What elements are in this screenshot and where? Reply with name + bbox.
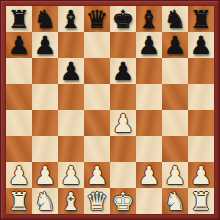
square-c8[interactable]: ♝ xyxy=(58,6,84,32)
black-pawn-b7[interactable]: ♟ xyxy=(34,33,56,58)
black-king-e8[interactable]: ♚ xyxy=(112,7,134,32)
square-c4[interactable] xyxy=(58,110,84,136)
square-a3[interactable] xyxy=(6,136,32,162)
square-h1[interactable]: ♜ xyxy=(188,188,214,214)
square-h7[interactable]: ♟ xyxy=(188,32,214,58)
square-d5[interactable] xyxy=(84,84,110,110)
square-h6[interactable] xyxy=(188,58,214,84)
white-knight-b1[interactable]: ♞ xyxy=(34,189,56,214)
square-g6[interactable] xyxy=(162,58,188,84)
square-a2[interactable]: ♟ xyxy=(6,162,32,188)
square-d3[interactable] xyxy=(84,136,110,162)
square-c2[interactable]: ♟ xyxy=(58,162,84,188)
square-f5[interactable] xyxy=(136,84,162,110)
white-pawn-c2[interactable]: ♟ xyxy=(60,163,82,188)
white-pawn-h2[interactable]: ♟ xyxy=(190,163,212,188)
black-pawn-h7[interactable]: ♟ xyxy=(190,33,212,58)
square-h2[interactable]: ♟ xyxy=(188,162,214,188)
white-knight-g1[interactable]: ♞ xyxy=(164,189,186,214)
square-f4[interactable] xyxy=(136,110,162,136)
square-d2[interactable]: ♟ xyxy=(84,162,110,188)
square-c1[interactable]: ♝ xyxy=(58,188,84,214)
black-rook-a8[interactable]: ♜ xyxy=(8,7,30,32)
square-g5[interactable] xyxy=(162,84,188,110)
square-d7[interactable] xyxy=(84,32,110,58)
white-queen-d1[interactable]: ♛ xyxy=(86,189,108,214)
square-f1[interactable] xyxy=(136,188,162,214)
white-rook-h1[interactable]: ♜ xyxy=(190,189,212,214)
square-d1[interactable]: ♛ xyxy=(84,188,110,214)
square-f3[interactable] xyxy=(136,136,162,162)
black-knight-b8[interactable]: ♞ xyxy=(34,7,56,32)
square-c7[interactable] xyxy=(58,32,84,58)
square-g4[interactable] xyxy=(162,110,188,136)
square-g8[interactable]: ♞ xyxy=(162,6,188,32)
square-g7[interactable]: ♟ xyxy=(162,32,188,58)
square-h3[interactable] xyxy=(188,136,214,162)
square-a8[interactable]: ♜ xyxy=(6,6,32,32)
square-e1[interactable]: ♚ xyxy=(110,188,136,214)
square-d4[interactable] xyxy=(84,110,110,136)
black-rook-h8[interactable]: ♜ xyxy=(190,7,212,32)
white-pawn-d2[interactable]: ♟ xyxy=(86,163,108,188)
square-h5[interactable] xyxy=(188,84,214,110)
square-e8[interactable]: ♚ xyxy=(110,6,136,32)
black-bishop-f8[interactable]: ♝ xyxy=(138,7,160,32)
square-b8[interactable]: ♞ xyxy=(32,6,58,32)
square-f8[interactable]: ♝ xyxy=(136,6,162,32)
chess-board: ♜♞♝♛♚♝♞♜♟♟♟♟♟♟♟♟♟♟♟♟♟♟♟♜♞♝♛♚♞♜ xyxy=(6,6,214,214)
white-pawn-a2[interactable]: ♟ xyxy=(8,163,30,188)
square-b4[interactable] xyxy=(32,110,58,136)
square-g3[interactable] xyxy=(162,136,188,162)
square-h4[interactable] xyxy=(188,110,214,136)
white-pawn-f2[interactable]: ♟ xyxy=(138,163,160,188)
square-d8[interactable]: ♛ xyxy=(84,6,110,32)
square-h8[interactable]: ♜ xyxy=(188,6,214,32)
square-a1[interactable]: ♜ xyxy=(6,188,32,214)
square-c3[interactable] xyxy=(58,136,84,162)
chess-board-frame: ♜♞♝♛♚♝♞♜♟♟♟♟♟♟♟♟♟♟♟♟♟♟♟♜♞♝♛♚♞♜ xyxy=(0,0,220,220)
black-queen-d8[interactable]: ♛ xyxy=(86,7,108,32)
square-f2[interactable]: ♟ xyxy=(136,162,162,188)
white-pawn-b2[interactable]: ♟ xyxy=(34,163,56,188)
square-g1[interactable]: ♞ xyxy=(162,188,188,214)
white-rook-a1[interactable]: ♜ xyxy=(8,189,30,214)
square-d6[interactable] xyxy=(84,58,110,84)
square-e7[interactable] xyxy=(110,32,136,58)
square-e2[interactable] xyxy=(110,162,136,188)
square-b6[interactable] xyxy=(32,58,58,84)
square-e4[interactable]: ♟ xyxy=(110,110,136,136)
square-a4[interactable] xyxy=(6,110,32,136)
square-a5[interactable] xyxy=(6,84,32,110)
black-bishop-c8[interactable]: ♝ xyxy=(60,7,82,32)
white-pawn-e4[interactable]: ♟ xyxy=(112,111,134,136)
square-b7[interactable]: ♟ xyxy=(32,32,58,58)
square-e3[interactable] xyxy=(110,136,136,162)
square-c5[interactable] xyxy=(58,84,84,110)
square-f7[interactable]: ♟ xyxy=(136,32,162,58)
square-b2[interactable]: ♟ xyxy=(32,162,58,188)
square-b3[interactable] xyxy=(32,136,58,162)
black-pawn-g7[interactable]: ♟ xyxy=(164,33,186,58)
square-e5[interactable] xyxy=(110,84,136,110)
square-g2[interactable]: ♟ xyxy=(162,162,188,188)
square-e6[interactable]: ♟ xyxy=(110,58,136,84)
black-knight-g8[interactable]: ♞ xyxy=(164,7,186,32)
white-pawn-g2[interactable]: ♟ xyxy=(164,163,186,188)
white-bishop-c1[interactable]: ♝ xyxy=(60,189,82,214)
black-pawn-a7[interactable]: ♟ xyxy=(8,33,30,58)
square-b5[interactable] xyxy=(32,84,58,110)
square-b1[interactable]: ♞ xyxy=(32,188,58,214)
square-a7[interactable]: ♟ xyxy=(6,32,32,58)
square-f6[interactable] xyxy=(136,58,162,84)
white-king-e1[interactable]: ♚ xyxy=(112,189,134,214)
square-c6[interactable]: ♟ xyxy=(58,58,84,84)
black-pawn-e6[interactable]: ♟ xyxy=(112,59,134,84)
black-pawn-c6[interactable]: ♟ xyxy=(60,59,82,84)
black-pawn-f7[interactable]: ♟ xyxy=(138,33,160,58)
square-a6[interactable] xyxy=(6,58,32,84)
